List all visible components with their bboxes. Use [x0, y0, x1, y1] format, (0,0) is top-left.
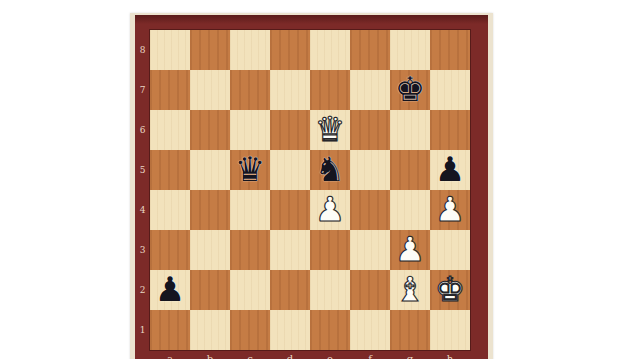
- rank-label-5: 5: [135, 150, 150, 190]
- square-h1[interactable]: [430, 310, 470, 350]
- file-label-b: b: [190, 353, 230, 359]
- square-f2[interactable]: [350, 270, 390, 310]
- rank-label-7: 7: [135, 70, 150, 110]
- square-h7[interactable]: [430, 70, 470, 110]
- square-f3[interactable]: [350, 230, 390, 270]
- square-g2[interactable]: ♝: [390, 270, 430, 310]
- rank-label-6: 6: [135, 110, 150, 150]
- square-c7[interactable]: [230, 70, 270, 110]
- square-e5[interactable]: ♞: [310, 150, 350, 190]
- square-c5[interactable]: ♛: [230, 150, 270, 190]
- file-labels: abcdefgh: [150, 353, 470, 359]
- square-b4[interactable]: [190, 190, 230, 230]
- square-a2[interactable]: ♟: [150, 270, 190, 310]
- file-label-c: c: [230, 353, 270, 359]
- square-b8[interactable]: [190, 30, 230, 70]
- square-g5[interactable]: [390, 150, 430, 190]
- black-pawn-h5[interactable]: ♟: [430, 149, 470, 189]
- rank-label-8: 8: [135, 30, 150, 70]
- square-b2[interactable]: [190, 270, 230, 310]
- square-g8[interactable]: [390, 30, 430, 70]
- square-d1[interactable]: [270, 310, 310, 350]
- file-label-d: d: [270, 353, 310, 359]
- square-e1[interactable]: [310, 310, 350, 350]
- square-e7[interactable]: [310, 70, 350, 110]
- black-knight-e5[interactable]: ♞: [310, 149, 350, 189]
- square-e3[interactable]: [310, 230, 350, 270]
- rank-label-4: 4: [135, 190, 150, 230]
- square-a7[interactable]: [150, 70, 190, 110]
- square-e6[interactable]: ♛: [310, 110, 350, 150]
- rank-label-3: 3: [135, 230, 150, 270]
- square-d8[interactable]: [270, 30, 310, 70]
- square-d5[interactable]: [270, 150, 310, 190]
- square-e8[interactable]: [310, 30, 350, 70]
- square-h5[interactable]: ♟: [430, 150, 470, 190]
- black-king-g7[interactable]: ♚: [390, 69, 430, 109]
- file-label-f: f: [350, 353, 390, 359]
- rank-label-2: 2: [135, 270, 150, 310]
- square-d2[interactable]: [270, 270, 310, 310]
- square-a6[interactable]: [150, 110, 190, 150]
- square-c6[interactable]: [230, 110, 270, 150]
- square-d4[interactable]: [270, 190, 310, 230]
- file-label-e: e: [310, 353, 350, 359]
- square-c3[interactable]: [230, 230, 270, 270]
- square-c2[interactable]: [230, 270, 270, 310]
- square-h4[interactable]: ♟: [430, 190, 470, 230]
- white-pawn-e4[interactable]: ♟: [310, 189, 350, 229]
- square-f4[interactable]: [350, 190, 390, 230]
- square-g7[interactable]: ♚: [390, 70, 430, 110]
- square-c4[interactable]: [230, 190, 270, 230]
- square-d6[interactable]: [270, 110, 310, 150]
- square-b5[interactable]: [190, 150, 230, 190]
- square-f5[interactable]: [350, 150, 390, 190]
- square-e4[interactable]: ♟: [310, 190, 350, 230]
- square-g1[interactable]: [390, 310, 430, 350]
- white-queen-e6[interactable]: ♛: [310, 109, 350, 149]
- square-a5[interactable]: [150, 150, 190, 190]
- square-h3[interactable]: [430, 230, 470, 270]
- square-a3[interactable]: [150, 230, 190, 270]
- square-b7[interactable]: [190, 70, 230, 110]
- square-d3[interactable]: [270, 230, 310, 270]
- rank-labels: 87654321: [135, 30, 150, 350]
- square-b3[interactable]: [190, 230, 230, 270]
- square-f7[interactable]: [350, 70, 390, 110]
- white-pawn-h4[interactable]: ♟: [430, 189, 470, 229]
- square-a1[interactable]: [150, 310, 190, 350]
- square-g3[interactable]: ♟: [390, 230, 430, 270]
- rank-label-1: 1: [135, 310, 150, 350]
- white-king-h2[interactable]: ♚: [430, 269, 470, 309]
- file-label-g: g: [390, 353, 430, 359]
- board-grid: ♚♛♛♞♟♟♟♟♟♝♚: [150, 30, 470, 350]
- square-c1[interactable]: [230, 310, 270, 350]
- chess-board: 87654321 ♚♛♛♞♟♟♟♟♟♝♚ abcdefgh: [130, 13, 493, 359]
- black-queen-c5[interactable]: ♛: [230, 149, 270, 189]
- square-h6[interactable]: [430, 110, 470, 150]
- square-e2[interactable]: [310, 270, 350, 310]
- white-pawn-g3[interactable]: ♟: [390, 229, 430, 269]
- square-f8[interactable]: [350, 30, 390, 70]
- square-h2[interactable]: ♚: [430, 270, 470, 310]
- square-d7[interactable]: [270, 70, 310, 110]
- square-b6[interactable]: [190, 110, 230, 150]
- square-c8[interactable]: [230, 30, 270, 70]
- board-frame: 87654321 ♚♛♛♞♟♟♟♟♟♝♚ abcdefgh: [135, 15, 488, 359]
- square-a8[interactable]: [150, 30, 190, 70]
- square-g6[interactable]: [390, 110, 430, 150]
- square-g4[interactable]: [390, 190, 430, 230]
- page-background: 87654321 ♚♛♛♞♟♟♟♟♟♝♚ abcdefgh: [0, 0, 640, 359]
- black-pawn-a2[interactable]: ♟: [150, 269, 190, 309]
- file-label-a: a: [150, 353, 190, 359]
- square-f1[interactable]: [350, 310, 390, 350]
- square-a4[interactable]: [150, 190, 190, 230]
- file-label-h: h: [430, 353, 470, 359]
- square-b1[interactable]: [190, 310, 230, 350]
- square-h8[interactable]: [430, 30, 470, 70]
- white-bishop-g2[interactable]: ♝: [390, 269, 430, 309]
- square-f6[interactable]: [350, 110, 390, 150]
